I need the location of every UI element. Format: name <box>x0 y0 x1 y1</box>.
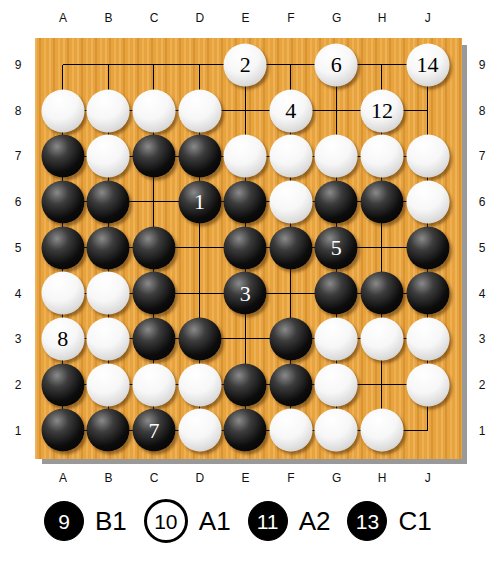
white-stone <box>224 135 267 178</box>
board-point-F4[interactable] <box>268 270 314 316</box>
board-point-F7[interactable] <box>268 133 314 179</box>
black-stone <box>132 317 175 360</box>
white-stone <box>132 89 175 132</box>
black-stone: 5 <box>315 226 358 269</box>
board-point-J1[interactable] <box>405 408 451 454</box>
board-point-E9[interactable]: 2 <box>222 42 268 88</box>
black-stone: 7 <box>132 409 175 452</box>
row-label-right-1: 1 <box>479 424 486 438</box>
col-label-bottom-H: H <box>378 471 387 485</box>
board-point-J8[interactable] <box>405 88 451 134</box>
board-point-E3[interactable] <box>222 316 268 362</box>
black-stone <box>269 317 312 360</box>
col-label-top-F: F <box>287 11 294 25</box>
grid-line-v <box>290 65 291 88</box>
white-stone <box>269 409 312 452</box>
black-stone <box>406 272 449 315</box>
row-label-left-3: 3 <box>15 332 22 346</box>
stone-move-number: 2 <box>240 54 251 76</box>
board-point-E1[interactable] <box>222 408 268 454</box>
caption-point-label: A1 <box>199 506 231 537</box>
board-point-B6[interactable] <box>86 179 132 225</box>
col-label-top-E: E <box>241 11 249 25</box>
col-label-top-D: D <box>195 11 204 25</box>
grid-line-v <box>381 362 382 408</box>
board-point-J9[interactable]: 14 <box>405 42 451 88</box>
board-point-H9[interactable] <box>359 42 405 88</box>
board-point-D4[interactable] <box>177 270 223 316</box>
black-stone <box>360 180 403 223</box>
black-stone <box>315 180 358 223</box>
board-point-C9[interactable] <box>131 42 177 88</box>
row-label-left-5: 5 <box>15 241 22 255</box>
col-label-bottom-B: B <box>105 471 113 485</box>
black-stone <box>132 226 175 269</box>
white-stone <box>178 409 221 452</box>
white-stone <box>406 180 449 223</box>
board-point-B2[interactable] <box>86 362 132 408</box>
white-stone <box>315 135 358 178</box>
row-label-right-2: 2 <box>479 378 486 392</box>
board-point-A7[interactable] <box>40 133 86 179</box>
black-stone <box>41 363 84 406</box>
white-stone <box>41 272 84 315</box>
board-point-C3[interactable] <box>131 316 177 362</box>
col-label-top-A: A <box>59 11 67 25</box>
grid-line-v <box>153 179 154 225</box>
board-point-G1[interactable] <box>314 408 360 454</box>
board-point-B5[interactable] <box>86 225 132 271</box>
stone-move-number: 14 <box>417 54 439 76</box>
board-point-A2[interactable] <box>40 362 86 408</box>
board-point-H4[interactable] <box>359 270 405 316</box>
board-point-H5[interactable] <box>359 225 405 271</box>
stone-move-number: 7 <box>148 419 159 441</box>
board-point-H3[interactable] <box>359 316 405 362</box>
white-stone <box>87 272 130 315</box>
grid-line-v <box>199 65 200 88</box>
board-point-D8[interactable] <box>177 88 223 134</box>
board-point-H6[interactable] <box>359 179 405 225</box>
white-stone: 2 <box>224 43 267 86</box>
board-point-E2[interactable] <box>222 362 268 408</box>
black-stone <box>41 180 84 223</box>
black-stone <box>41 226 84 269</box>
board-point-G3[interactable] <box>314 316 360 362</box>
black-stone <box>315 272 358 315</box>
board-point-C1[interactable]: 7 <box>131 408 177 454</box>
board-point-G8[interactable] <box>314 88 360 134</box>
col-label-bottom-C: C <box>150 471 159 485</box>
board-point-G2[interactable] <box>314 362 360 408</box>
board-point-D1[interactable] <box>177 408 223 454</box>
white-stone <box>315 409 358 452</box>
board-point-J7[interactable] <box>405 133 451 179</box>
grid-line-v <box>336 88 337 134</box>
grid-line-v <box>108 65 109 88</box>
white-stone: 4 <box>269 89 312 132</box>
black-stone <box>178 317 221 360</box>
row-label-right-4: 4 <box>479 287 486 301</box>
board-point-J4[interactable] <box>405 270 451 316</box>
board-point-J6[interactable] <box>405 179 451 225</box>
black-stone <box>87 180 130 223</box>
board-point-D5[interactable] <box>177 225 223 271</box>
white-stone <box>41 89 84 132</box>
board-point-G5[interactable]: 5 <box>314 225 360 271</box>
col-label-bottom-A: A <box>59 471 67 485</box>
stone-move-number: 8 <box>57 328 68 350</box>
row-label-left-1: 1 <box>15 424 22 438</box>
grid-line-v <box>245 316 246 362</box>
board-point-D3[interactable] <box>177 316 223 362</box>
board-point-C2[interactable] <box>131 362 177 408</box>
caption-black-stone: 13 <box>347 501 387 541</box>
grid-line-h <box>405 110 428 111</box>
col-label-top-B: B <box>105 11 113 25</box>
board-point-A4[interactable] <box>40 270 86 316</box>
board-point-C7[interactable] <box>131 133 177 179</box>
black-stone <box>224 363 267 406</box>
grid-line-h <box>63 64 86 65</box>
white-stone <box>87 135 130 178</box>
white-stone <box>406 363 449 406</box>
black-stone <box>224 409 267 452</box>
white-stone <box>406 317 449 360</box>
white-stone <box>178 89 221 132</box>
grid-line-v <box>290 270 291 316</box>
grid-line-v <box>153 65 154 88</box>
row-label-right-9: 9 <box>479 58 486 72</box>
board-point-B3[interactable] <box>86 316 132 362</box>
board-point-J3[interactable] <box>405 316 451 362</box>
white-stone <box>315 317 358 360</box>
board-point-B9[interactable] <box>86 42 132 88</box>
stone-move-number: 6 <box>331 54 342 76</box>
board-point-F9[interactable] <box>268 42 314 88</box>
go-board: 261441215387 <box>35 38 462 459</box>
board-point-A8[interactable] <box>40 88 86 134</box>
board-point-B4[interactable] <box>86 270 132 316</box>
col-label-bottom-G: G <box>332 471 341 485</box>
grid-line-v <box>427 88 428 134</box>
caption-entry-move-9: 9B1 <box>44 501 127 541</box>
board-point-A5[interactable] <box>40 225 86 271</box>
move-caption: 9B110A111A213C1 <box>44 501 449 541</box>
board-point-D7[interactable] <box>177 133 223 179</box>
white-stone <box>360 317 403 360</box>
row-label-right-3: 3 <box>479 332 486 346</box>
stone-move-number: 3 <box>240 282 251 304</box>
caption-point-label: B1 <box>95 506 127 537</box>
stone-move-number: 4 <box>285 100 296 122</box>
white-stone: 6 <box>315 43 358 86</box>
board-point-H8[interactable]: 12 <box>359 88 405 134</box>
board-point-E7[interactable] <box>222 133 268 179</box>
stone-move-number: 5 <box>331 237 342 259</box>
stone-move-number: 12 <box>371 100 393 122</box>
row-label-left-9: 9 <box>15 58 22 72</box>
black-stone <box>224 226 267 269</box>
board-point-F2[interactable] <box>268 362 314 408</box>
row-label-left-4: 4 <box>15 287 22 301</box>
caption-black-stone: 9 <box>44 501 84 541</box>
board-point-A9[interactable] <box>40 42 86 88</box>
white-stone <box>269 135 312 178</box>
col-label-top-G: G <box>332 11 341 25</box>
board-point-E6[interactable] <box>222 179 268 225</box>
board-point-C8[interactable] <box>131 88 177 134</box>
board-point-H7[interactable] <box>359 133 405 179</box>
board-grid: 261441215387 <box>40 42 450 453</box>
white-stone <box>360 409 403 452</box>
board-point-E8[interactable] <box>222 88 268 134</box>
col-label-bottom-D: D <box>195 471 204 485</box>
black-stone: 1 <box>178 180 221 223</box>
row-label-right-7: 7 <box>479 149 486 163</box>
black-stone <box>178 135 221 178</box>
board-point-C6[interactable] <box>131 179 177 225</box>
white-stone <box>87 363 130 406</box>
board-point-B1[interactable] <box>86 408 132 454</box>
board-point-B7[interactable] <box>86 133 132 179</box>
black-stone <box>224 180 267 223</box>
grid-line-v <box>199 225 200 271</box>
board-point-F3[interactable] <box>268 316 314 362</box>
black-stone <box>87 409 130 452</box>
board-point-F5[interactable] <box>268 225 314 271</box>
board-point-A1[interactable] <box>40 408 86 454</box>
board-point-G7[interactable] <box>314 133 360 179</box>
board-point-G4[interactable] <box>314 270 360 316</box>
grid-line-v <box>62 65 63 88</box>
caption-point-label: A2 <box>299 506 331 537</box>
white-stone: 14 <box>406 43 449 86</box>
board-point-A3[interactable]: 8 <box>40 316 86 362</box>
col-label-bottom-E: E <box>241 471 249 485</box>
white-stone: 12 <box>360 89 403 132</box>
board-point-E5[interactable] <box>222 225 268 271</box>
board-point-D9[interactable] <box>177 42 223 88</box>
row-label-left-7: 7 <box>15 149 22 163</box>
board-point-A6[interactable] <box>40 179 86 225</box>
black-stone: 3 <box>224 272 267 315</box>
black-stone <box>132 272 175 315</box>
caption-white-stone: 10 <box>144 499 188 543</box>
white-stone <box>87 89 130 132</box>
row-label-right-5: 5 <box>479 241 486 255</box>
white-stone <box>406 135 449 178</box>
col-label-top-C: C <box>150 11 159 25</box>
white-stone <box>315 363 358 406</box>
board-point-C4[interactable] <box>131 270 177 316</box>
black-stone <box>87 226 130 269</box>
board-point-E4[interactable]: 3 <box>222 270 268 316</box>
caption-point-label: C1 <box>398 506 431 537</box>
black-stone <box>360 272 403 315</box>
black-stone <box>269 363 312 406</box>
grid-line-v <box>427 408 428 431</box>
grid-line-v <box>381 65 382 88</box>
caption-black-stone: 11 <box>248 501 288 541</box>
board-point-F1[interactable] <box>268 408 314 454</box>
board-point-J2[interactable] <box>405 362 451 408</box>
black-stone <box>41 409 84 452</box>
black-stone <box>41 135 84 178</box>
board-point-J5[interactable] <box>405 225 451 271</box>
black-stone <box>406 226 449 269</box>
grid-line-v <box>381 225 382 271</box>
row-label-right-6: 6 <box>479 195 486 209</box>
board-point-G9[interactable]: 6 <box>314 42 360 88</box>
stone-move-number: 1 <box>194 191 205 213</box>
grid-line-h <box>405 430 428 431</box>
caption-entry-move-10: 10A1 <box>144 499 231 543</box>
board-point-B8[interactable] <box>86 88 132 134</box>
col-label-top-J: J <box>425 11 431 25</box>
white-stone <box>269 180 312 223</box>
white-stone <box>360 135 403 178</box>
white-stone <box>178 363 221 406</box>
row-label-left-2: 2 <box>15 378 22 392</box>
col-label-top-H: H <box>378 11 387 25</box>
row-label-left-8: 8 <box>15 104 22 118</box>
board-point-F8[interactable]: 4 <box>268 88 314 134</box>
caption-entry-move-11: 11A2 <box>248 501 331 541</box>
board-point-F6[interactable] <box>268 179 314 225</box>
white-stone: 8 <box>41 317 84 360</box>
white-stone <box>132 363 175 406</box>
board-point-D2[interactable] <box>177 362 223 408</box>
caption-entry-move-13: 13C1 <box>347 501 431 541</box>
board-point-D6[interactable]: 1 <box>177 179 223 225</box>
board-point-H1[interactable] <box>359 408 405 454</box>
white-stone <box>87 317 130 360</box>
board-point-G6[interactable] <box>314 179 360 225</box>
grid-line-v <box>199 270 200 316</box>
col-label-bottom-J: J <box>425 471 431 485</box>
grid-line-v <box>245 88 246 134</box>
board-point-C5[interactable] <box>131 225 177 271</box>
black-stone <box>269 226 312 269</box>
board-point-H2[interactable] <box>359 362 405 408</box>
row-label-left-6: 6 <box>15 195 22 209</box>
row-label-right-8: 8 <box>479 104 486 118</box>
black-stone <box>132 135 175 178</box>
col-label-bottom-F: F <box>287 471 294 485</box>
